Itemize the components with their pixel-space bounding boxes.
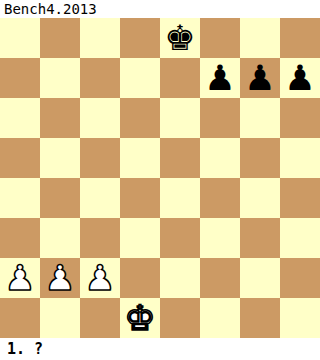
square-b2[interactable]: ♟	[40, 258, 80, 298]
square-a7[interactable]	[0, 58, 40, 98]
square-c4[interactable]	[80, 178, 120, 218]
square-c7[interactable]	[80, 58, 120, 98]
square-b6[interactable]	[40, 98, 80, 138]
square-d8[interactable]	[120, 18, 160, 58]
square-c3[interactable]	[80, 218, 120, 258]
square-e2[interactable]	[160, 258, 200, 298]
square-a6[interactable]	[0, 98, 40, 138]
square-d1[interactable]: ♚	[120, 298, 160, 338]
square-f1[interactable]	[200, 298, 240, 338]
square-d2[interactable]	[120, 258, 160, 298]
square-h2[interactable]	[280, 258, 320, 298]
square-d6[interactable]	[120, 98, 160, 138]
square-b5[interactable]	[40, 138, 80, 178]
square-g6[interactable]	[240, 98, 280, 138]
square-b1[interactable]	[40, 298, 80, 338]
square-d4[interactable]	[120, 178, 160, 218]
square-e8[interactable]: ♚	[160, 18, 200, 58]
square-g7[interactable]: ♟	[240, 58, 280, 98]
piece-black-pawn-g7: ♟	[244, 58, 275, 98]
piece-white-pawn-b2: ♟	[44, 258, 75, 298]
square-f7[interactable]: ♟	[200, 58, 240, 98]
square-b4[interactable]	[40, 178, 80, 218]
square-f4[interactable]	[200, 178, 240, 218]
square-e4[interactable]	[160, 178, 200, 218]
square-c8[interactable]	[80, 18, 120, 58]
square-d5[interactable]	[120, 138, 160, 178]
square-b8[interactable]	[40, 18, 80, 58]
piece-white-pawn-a2: ♟	[4, 258, 35, 298]
square-g5[interactable]	[240, 138, 280, 178]
square-a3[interactable]	[0, 218, 40, 258]
square-f6[interactable]	[200, 98, 240, 138]
square-c2[interactable]: ♟	[80, 258, 120, 298]
piece-white-king-d1: ♚	[124, 298, 155, 338]
square-a8[interactable]	[0, 18, 40, 58]
square-h1[interactable]	[280, 298, 320, 338]
square-g2[interactable]	[240, 258, 280, 298]
square-f5[interactable]	[200, 138, 240, 178]
square-a1[interactable]	[0, 298, 40, 338]
square-e3[interactable]	[160, 218, 200, 258]
square-e6[interactable]	[160, 98, 200, 138]
square-g8[interactable]	[240, 18, 280, 58]
square-a4[interactable]	[0, 178, 40, 218]
piece-black-king-e8: ♚	[164, 18, 195, 58]
square-g3[interactable]	[240, 218, 280, 258]
square-g4[interactable]	[240, 178, 280, 218]
square-h4[interactable]	[280, 178, 320, 218]
square-c5[interactable]	[80, 138, 120, 178]
piece-black-pawn-f7: ♟	[204, 58, 235, 98]
square-e7[interactable]	[160, 58, 200, 98]
square-b3[interactable]	[40, 218, 80, 258]
chess-board: ♚♟♟♟♟♟♟♚	[0, 18, 320, 338]
piece-white-pawn-c2: ♟	[84, 258, 115, 298]
square-d3[interactable]	[120, 218, 160, 258]
square-h5[interactable]	[280, 138, 320, 178]
move-prompt: 1. ?	[0, 338, 320, 360]
page-title: Bench4.2013	[0, 0, 320, 18]
square-c6[interactable]	[80, 98, 120, 138]
square-h6[interactable]	[280, 98, 320, 138]
square-a2[interactable]: ♟	[0, 258, 40, 298]
square-h8[interactable]	[280, 18, 320, 58]
square-e5[interactable]	[160, 138, 200, 178]
square-b7[interactable]	[40, 58, 80, 98]
square-e1[interactable]	[160, 298, 200, 338]
square-f3[interactable]	[200, 218, 240, 258]
square-h7[interactable]: ♟	[280, 58, 320, 98]
square-a5[interactable]	[0, 138, 40, 178]
piece-black-pawn-h7: ♟	[284, 58, 315, 98]
square-h3[interactable]	[280, 218, 320, 258]
square-c1[interactable]	[80, 298, 120, 338]
square-d7[interactable]	[120, 58, 160, 98]
square-f2[interactable]	[200, 258, 240, 298]
square-f8[interactable]	[200, 18, 240, 58]
square-g1[interactable]	[240, 298, 280, 338]
